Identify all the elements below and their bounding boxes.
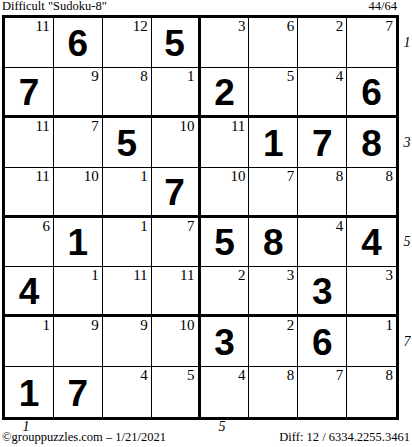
corner-mark: 8	[287, 368, 295, 382]
cell-r6c2[interactable]: 1	[54, 267, 103, 317]
cell-r4c3[interactable]: 1	[103, 168, 152, 218]
cell-r7c7[interactable]: 6	[298, 317, 347, 367]
cell-r8c7[interactable]: 7	[298, 367, 347, 417]
corner-mark: 11	[231, 119, 245, 133]
corner-mark: 1	[140, 219, 148, 233]
corner-mark: 11	[35, 19, 49, 33]
cell-r5c3[interactable]: 1	[103, 218, 152, 268]
corner-mark: 5	[287, 69, 295, 83]
cell-r7c6[interactable]: 2	[249, 317, 298, 367]
corner-mark: 3	[386, 268, 394, 282]
big-digit: 8	[361, 123, 382, 162]
corner-mark: 1	[386, 318, 394, 332]
cell-r5c2[interactable]: 1	[54, 218, 103, 268]
cell-r2c5[interactable]: 2	[201, 68, 250, 118]
cell-r5c6[interactable]: 8	[249, 218, 298, 268]
corner-mark: 2	[336, 19, 344, 33]
footer: ©grouppuzzles.com – 1/21/2021 Diff: 12 /…	[2, 430, 410, 445]
cell-r4c6[interactable]: 7	[249, 168, 298, 218]
cell-r3c3[interactable]: 5	[103, 118, 152, 168]
cell-r4c7[interactable]: 8	[298, 168, 347, 218]
puzzle-counter: 44/64	[369, 0, 397, 13]
cell-r2c8[interactable]: 6	[347, 68, 396, 118]
corner-mark: 9	[140, 318, 148, 332]
big-digit: 6	[68, 23, 89, 62]
cell-r2c7[interactable]: 4	[298, 68, 347, 118]
col-label-1: 1	[19, 419, 33, 434]
corner-mark: 12	[133, 19, 148, 33]
corner-mark: 11	[133, 268, 147, 282]
big-digit: 8	[263, 222, 284, 261]
cell-r7c5[interactable]: 3	[201, 317, 250, 367]
big-digit: 1	[19, 373, 40, 412]
cell-r6c7[interactable]: 3	[298, 267, 347, 317]
corner-mark: 9	[91, 69, 99, 83]
sudoku-grid: 1161253627798125461175101117811101710788…	[2, 15, 399, 420]
cell-r2c1[interactable]: 7	[5, 68, 54, 118]
cell-r1c6[interactable]: 6	[249, 18, 298, 68]
corner-mark: 6	[42, 219, 50, 233]
cell-r8c8[interactable]: 8	[347, 367, 396, 417]
cell-r1c5[interactable]: 3	[201, 18, 250, 68]
big-digit: 1	[263, 123, 284, 162]
cell-r3c5[interactable]: 11	[201, 118, 250, 168]
big-digit: 1	[68, 222, 89, 261]
corner-mark: 3	[287, 268, 295, 282]
cell-r5c1[interactable]: 6	[5, 218, 54, 268]
corner-mark: 1	[187, 69, 195, 83]
difficulty-text: Diff: 12 / 6334.2255.3461	[279, 430, 410, 445]
corner-mark: 2	[287, 318, 295, 332]
corner-mark: 11	[35, 119, 49, 133]
col-label-5: 5	[215, 419, 229, 434]
big-digit: 7	[312, 123, 333, 162]
cell-r6c4[interactable]: 11	[152, 267, 201, 317]
cell-r3c6[interactable]: 1	[249, 118, 298, 168]
row-label-1: 1	[401, 35, 412, 50]
big-digit: 6	[361, 72, 382, 111]
cell-r3c8[interactable]: 8	[347, 118, 396, 168]
corner-mark: 9	[91, 318, 99, 332]
cell-r3c1[interactable]: 11	[5, 118, 54, 168]
big-digit: 7	[68, 373, 89, 412]
big-digit: 4	[19, 271, 40, 310]
corner-mark: 10	[230, 169, 245, 183]
corner-mark: 4	[336, 69, 344, 83]
big-digit: 7	[19, 72, 40, 111]
corner-mark: 6	[287, 19, 295, 33]
big-digit: 5	[214, 222, 235, 261]
cell-r3c2[interactable]: 7	[54, 118, 103, 168]
corner-mark: 8	[336, 169, 344, 183]
puzzle-page: Difficult "Sudoku-8" 44/64 1161253627798…	[0, 0, 412, 447]
corner-mark: 2	[238, 268, 246, 282]
cell-r6c8[interactable]: 3	[347, 267, 396, 317]
cell-r6c1[interactable]: 4	[5, 267, 54, 317]
corner-mark: 10	[180, 119, 195, 133]
cell-r2c2[interactable]: 9	[54, 68, 103, 118]
big-digit: 6	[312, 322, 333, 361]
cell-r2c3[interactable]: 8	[103, 68, 152, 118]
row-label-7: 7	[401, 334, 412, 349]
big-digit: 3	[214, 322, 235, 361]
corner-mark: 3	[238, 19, 246, 33]
corner-mark: 1	[140, 169, 148, 183]
cell-r5c7[interactable]: 4	[298, 218, 347, 268]
cell-r6c5[interactable]: 2	[201, 267, 250, 317]
cell-r7c2[interactable]: 9	[54, 317, 103, 367]
cell-r8c1[interactable]: 1	[5, 367, 54, 417]
cell-r3c4[interactable]: 10	[152, 118, 201, 168]
corner-mark: 1	[91, 268, 99, 282]
big-digit: 5	[116, 123, 137, 162]
corner-mark: 11	[35, 169, 49, 183]
cell-r4c1[interactable]: 11	[5, 168, 54, 218]
corner-mark: 11	[180, 268, 194, 282]
cell-r4c5[interactable]: 10	[201, 168, 250, 218]
cell-r4c8[interactable]: 8	[347, 168, 396, 218]
cell-r1c3[interactable]: 12	[103, 18, 152, 68]
cell-r1c8[interactable]: 7	[347, 18, 396, 68]
big-digit: 7	[164, 172, 185, 211]
corner-mark: 7	[91, 119, 99, 133]
cell-r7c1[interactable]: 1	[5, 317, 54, 367]
big-digit: 3	[312, 271, 333, 310]
corner-mark: 10	[84, 169, 99, 183]
corner-mark: 4	[140, 368, 148, 382]
cell-r6c3[interactable]: 11	[103, 267, 152, 317]
row-label-3: 3	[401, 135, 412, 150]
big-digit: 4	[361, 222, 382, 261]
cell-r8c5[interactable]: 4	[201, 367, 250, 417]
cell-r8c3[interactable]: 4	[103, 367, 152, 417]
cell-r7c3[interactable]: 9	[103, 317, 152, 367]
corner-mark: 10	[180, 318, 195, 332]
cell-r8c2[interactable]: 7	[54, 367, 103, 417]
corner-mark: 7	[287, 169, 295, 183]
cell-r4c4[interactable]: 7	[152, 168, 201, 218]
puzzle-title: Difficult "Sudoku-8"	[2, 0, 107, 13]
corner-mark: 4	[238, 368, 246, 382]
cell-r8c6[interactable]: 8	[249, 367, 298, 417]
corner-mark: 7	[386, 19, 394, 33]
cell-r1c7[interactable]: 2	[298, 18, 347, 68]
cell-r1c2[interactable]: 6	[54, 18, 103, 68]
corner-mark: 8	[140, 69, 148, 83]
big-digit: 2	[214, 72, 235, 111]
cell-r1c1[interactable]: 11	[5, 18, 54, 68]
corner-mark: 7	[336, 368, 344, 382]
corner-mark: 8	[386, 368, 394, 382]
cell-r2c6[interactable]: 5	[249, 68, 298, 118]
cell-r8c4[interactable]: 5	[152, 367, 201, 417]
cell-r1c4[interactable]: 5	[152, 18, 201, 68]
corner-mark: 4	[336, 219, 344, 233]
corner-mark: 7	[187, 219, 195, 233]
big-digit: 5	[164, 23, 185, 62]
header: Difficult "Sudoku-8" 44/64	[2, 0, 397, 14]
cell-r7c4[interactable]: 10	[152, 317, 201, 367]
corner-mark: 1	[42, 318, 50, 332]
cell-r7c8[interactable]: 1	[347, 317, 396, 367]
corner-mark: 5	[187, 368, 195, 382]
cell-r6c6[interactable]: 3	[249, 267, 298, 317]
cell-r3c7[interactable]: 7	[298, 118, 347, 168]
cell-r5c8[interactable]: 4	[347, 218, 396, 268]
cell-r5c4[interactable]: 7	[152, 218, 201, 268]
row-label-5: 5	[401, 234, 412, 249]
cell-r2c4[interactable]: 1	[152, 68, 201, 118]
corner-mark: 8	[386, 169, 394, 183]
cell-r5c5[interactable]: 5	[201, 218, 250, 268]
cell-r4c2[interactable]: 10	[54, 168, 103, 218]
